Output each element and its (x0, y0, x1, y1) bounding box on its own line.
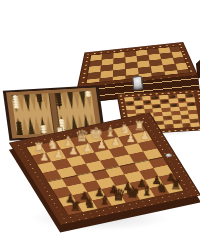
chess-piece-black-queen: ♛ (111, 188, 126, 204)
chess-piece-white-pawn: ♟ (36, 151, 51, 162)
chess-piece-white-pawn: ♟ (108, 136, 123, 147)
chess-piece-white-pawn: ♟ (51, 148, 66, 159)
chess-grid: ♜♞♝♛♚♝♞♜♟♟♟♟♟♟♟♟♟♟♟♟♟♟♟♟♜♞♝♛♚♝♞♜ (27, 123, 183, 215)
chess-piece-white-pawn: ♟ (65, 145, 80, 156)
backgammon-checker-light (13, 105, 18, 108)
checkers-square (190, 122, 199, 127)
draughts-piece-brown (183, 123, 190, 126)
chess-piece-black-bishop: ♝ (96, 194, 111, 207)
chess-piece-black-knight: ♞ (82, 197, 97, 210)
chess-piece-black-king: ♚ (125, 185, 140, 201)
board-clasp-icon (165, 153, 173, 158)
chess-piece-white-pawn: ♟ (79, 142, 94, 153)
backgammon-checker-dark (16, 121, 21, 124)
product-photo: ♜♞♝♛♚♝♞♜♟♟♟♟♟♟♟♟♟♟♟♟♟♟♟♟♜♞♝♛♚♝♞♜ (0, 0, 200, 250)
chess-board: ♜♞♝♛♚♝♞♜♟♟♟♟♟♟♟♟♟♟♟♟♟♟♟♟♜♞♝♛♚♝♞♜ (30, 94, 180, 244)
chess-piece-black-rook: ♜ (68, 200, 83, 213)
chess-piece-white-pawn: ♟ (94, 139, 109, 150)
chess-piece-white-pawn: ♟ (122, 133, 137, 144)
chess-piece-black-bishop: ♝ (139, 185, 154, 198)
chess-piece-black-rook: ♜ (168, 178, 183, 191)
chess-square: ♜ (63, 203, 83, 214)
chess-square (119, 163, 139, 174)
chess-piece-black-knight: ♞ (154, 181, 169, 194)
chess-piece-white-pawn: ♟ (137, 130, 152, 141)
